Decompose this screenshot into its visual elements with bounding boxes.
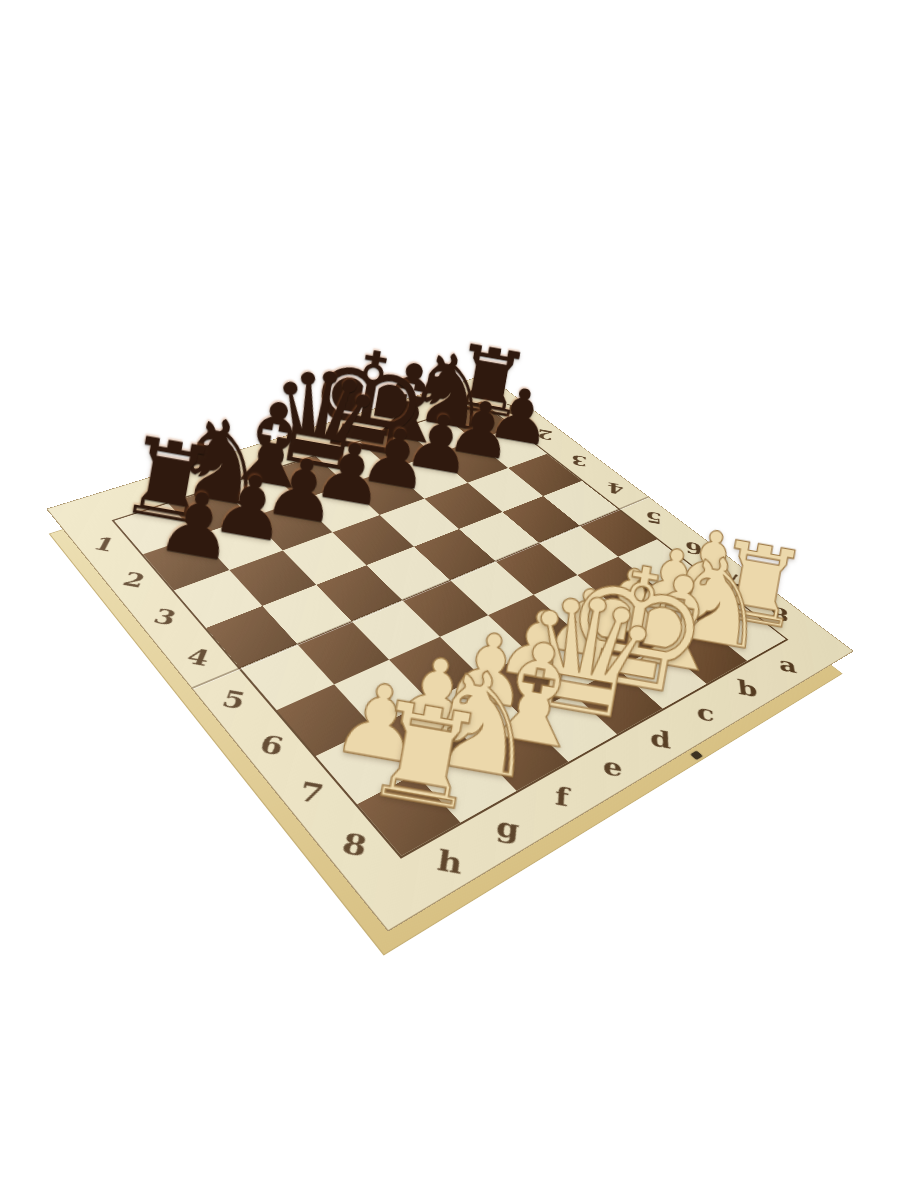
board-top-surface: ♜♞♝♛♚♝♞♜♟♟♟♟♟♟♟♟♟♟♟♟♟♟♟♟♜♞♝♛♚♝♞♜ 1234567… — [46, 374, 854, 931]
board-orientation-wrapper: ♜♞♝♛♚♝♞♜♟♟♟♟♟♟♟♟♟♟♟♟♟♟♟♟♜♞♝♛♚♝♞♜ 1234567… — [114, 244, 786, 916]
piece-light-rook[interactable]: ♜ — [356, 686, 494, 829]
chess-board: ♜♞♝♛♚♝♞♜♟♟♟♟♟♟♟♟♟♟♟♟♟♟♟♟♜♞♝♛♚♝♞♜ 1234567… — [46, 374, 854, 931]
product-photo-scene: ♜♞♝♛♚♝♞♜♟♟♟♟♟♟♟♟♟♟♟♟♟♟♟♟♜♞♝♛♚♝♞♜ 1234567… — [0, 0, 900, 1200]
board-latch — [690, 750, 703, 760]
piece-dark-pawn[interactable]: ♟ — [152, 478, 243, 573]
playing-field: ♜♞♝♛♚♝♞♜♟♟♟♟♟♟♟♟♟♟♟♟♟♟♟♟♜♞♝♛♚♝♞♜ — [112, 402, 789, 859]
